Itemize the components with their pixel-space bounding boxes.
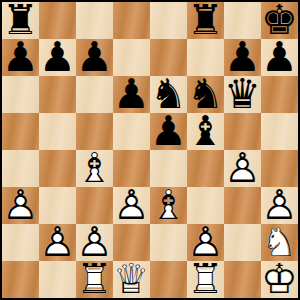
square-d3[interactable]: ♟♙ [113,187,150,224]
black-pawn-icon: ♟ [39,39,76,76]
square-d1[interactable]: ♛♕ [113,261,150,298]
square-e1[interactable] [150,261,187,298]
white-rook-icon: ♜♖ [76,261,113,298]
white-bishop-icon: ♝♗ [76,150,113,187]
square-f5[interactable]: ♝ [187,113,224,150]
square-a7[interactable]: ♟ [2,39,39,76]
square-h5[interactable] [261,113,298,150]
white-pawn-icon: ♟♙ [2,187,39,224]
white-pawn-icon: ♟♙ [113,187,150,224]
square-a5[interactable] [2,113,39,150]
square-a2[interactable] [2,224,39,261]
square-f1[interactable]: ♜♖ [187,261,224,298]
white-pawn-icon: ♟♙ [39,224,76,261]
square-b1[interactable] [39,261,76,298]
black-queen-icon: ♛ [224,76,261,113]
white-bishop-icon: ♝♗ [150,187,187,224]
square-e5[interactable]: ♟ [150,113,187,150]
square-b5[interactable] [39,113,76,150]
square-g3[interactable] [224,187,261,224]
square-h6[interactable] [261,76,298,113]
square-f8[interactable]: ♜ [187,2,224,39]
square-e8[interactable] [150,2,187,39]
square-d5[interactable] [113,113,150,150]
white-king-icon: ♚♔ [261,261,298,298]
black-pawn-icon: ♟ [261,39,298,76]
square-h7[interactable]: ♟ [261,39,298,76]
square-e3[interactable]: ♝♗ [150,187,187,224]
white-rook-icon: ♜♖ [187,261,224,298]
square-g4[interactable]: ♟♙ [224,150,261,187]
black-bishop-icon: ♝ [187,113,224,150]
white-queen-icon: ♛♕ [113,261,150,298]
square-f4[interactable] [187,150,224,187]
square-e2[interactable] [150,224,187,261]
chess-board: ♜♜♚♟♟♟♟♟♟♞♞♛♟♝♝♗♟♙♟♙♟♙♝♗♟♙♟♙♟♙♟♙♞♘♜♖♛♕♜♖… [0,0,300,300]
square-b7[interactable]: ♟ [39,39,76,76]
black-pawn-icon: ♟ [150,113,187,150]
square-a3[interactable]: ♟♙ [2,187,39,224]
square-g1[interactable] [224,261,261,298]
black-pawn-icon: ♟ [76,39,113,76]
square-a6[interactable] [2,76,39,113]
white-pawn-icon: ♟♙ [224,150,261,187]
square-c6[interactable] [76,76,113,113]
square-c1[interactable]: ♜♖ [76,261,113,298]
square-a1[interactable] [2,261,39,298]
square-b4[interactable] [39,150,76,187]
black-pawn-icon: ♟ [113,76,150,113]
square-g6[interactable]: ♛ [224,76,261,113]
square-d6[interactable]: ♟ [113,76,150,113]
black-rook-icon: ♜ [187,2,224,39]
square-h1[interactable]: ♚♔ [261,261,298,298]
square-c7[interactable]: ♟ [76,39,113,76]
square-d8[interactable] [113,2,150,39]
black-pawn-icon: ♟ [2,39,39,76]
square-c4[interactable]: ♝♗ [76,150,113,187]
square-g2[interactable] [224,224,261,261]
square-b2[interactable]: ♟♙ [39,224,76,261]
square-b6[interactable] [39,76,76,113]
